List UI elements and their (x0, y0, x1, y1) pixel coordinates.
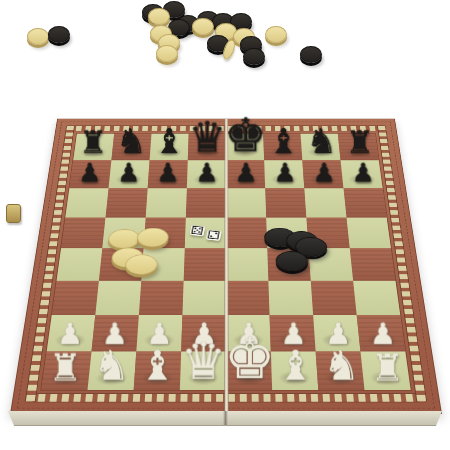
die-face-2: ⚁ (206, 229, 221, 241)
square-g1[interactable]: ♞ (316, 351, 365, 390)
loose-checker-cream[interactable] (148, 8, 170, 25)
piece-black-queen[interactable]: ♛ (188, 117, 226, 157)
piece-black-bishop[interactable]: ♝ (154, 125, 185, 157)
piece-white-pawn[interactable]: ♟ (369, 319, 395, 347)
square-c1[interactable]: ♝ (134, 351, 182, 390)
product-photo-scene: ♜♞♝♛♚♝♞♜♟♟♟♟♟♟♟♟♟♟♟♟♟♟♟♟♜♞♝♛♚♝♞♜ ⚄⚁ (0, 0, 450, 450)
loose-checker-cream[interactable] (156, 45, 178, 62)
piece-white-bishop[interactable]: ♝ (139, 347, 176, 386)
loose-checker-black[interactable] (48, 26, 70, 43)
die-2[interactable]: ⚁ (206, 230, 222, 241)
piece-white-pawn[interactable]: ♟ (56, 319, 82, 347)
piece-black-pawn[interactable]: ♟ (195, 161, 218, 185)
latch-clasp-icon (6, 204, 21, 223)
square-d1[interactable]: ♛ (180, 351, 226, 390)
piece-black-knight[interactable]: ♞ (306, 125, 337, 157)
square-f8[interactable]: ♝ (263, 134, 302, 160)
board-front-edge (8, 411, 442, 426)
piece-white-king[interactable]: ♚ (224, 332, 275, 386)
square-g8[interactable]: ♞ (301, 134, 341, 160)
loose-checker-cream[interactable] (265, 26, 287, 43)
piece-black-king[interactable]: ♚ (224, 113, 266, 158)
loose-checker-cream[interactable] (27, 28, 49, 45)
piece-black-pawn[interactable]: ♟ (273, 161, 296, 185)
square-e1[interactable]: ♚ (226, 351, 272, 390)
piece-black-rook[interactable]: ♜ (79, 128, 107, 157)
die-5[interactable]: ⚄ (190, 225, 206, 236)
loose-checker-black[interactable] (243, 48, 265, 65)
piece-white-knight[interactable]: ♞ (323, 347, 360, 386)
piece-white-bishop[interactable]: ♝ (277, 347, 314, 386)
piece-black-bishop[interactable]: ♝ (268, 125, 299, 157)
piece-black-pawn[interactable]: ♟ (156, 161, 179, 185)
piece-black-pawn[interactable]: ♟ (117, 161, 140, 185)
piece-black-pawn[interactable]: ♟ (78, 161, 101, 185)
square-e8[interactable]: ♚ (226, 134, 264, 160)
loose-checker-cream[interactable] (192, 18, 214, 35)
piece-white-queen[interactable]: ♛ (180, 337, 226, 385)
piece-black-knight[interactable]: ♞ (116, 125, 147, 157)
piece-white-rook[interactable]: ♜ (370, 350, 403, 385)
chess-board: ♜♞♝♛♚♝♞♜♟♟♟♟♟♟♟♟♟♟♟♟♟♟♟♟♜♞♝♛♚♝♞♜ ⚄⚁ (10, 119, 442, 414)
piece-black-pawn[interactable]: ♟ (312, 161, 335, 185)
square-b1[interactable]: ♞ (88, 351, 137, 390)
square-d8[interactable]: ♛ (188, 134, 226, 160)
board-fold-gap (223, 411, 228, 425)
piece-black-rook[interactable]: ♜ (345, 128, 373, 157)
square-f1[interactable]: ♝ (271, 351, 319, 390)
piece-white-knight[interactable]: ♞ (93, 347, 130, 386)
piece-black-pawn[interactable]: ♟ (351, 161, 374, 185)
square-b8[interactable]: ♞ (111, 134, 151, 160)
checker-black[interactable] (275, 251, 308, 271)
square-c8[interactable]: ♝ (150, 134, 189, 160)
loose-checker-black[interactable] (300, 46, 322, 63)
die-face-5: ⚄ (190, 225, 205, 237)
piece-black-pawn[interactable]: ♟ (234, 161, 257, 185)
piece-white-rook[interactable]: ♜ (48, 350, 81, 385)
